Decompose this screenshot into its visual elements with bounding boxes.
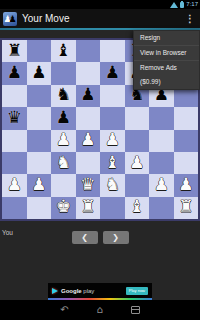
square-a6[interactable] xyxy=(2,85,27,107)
system-nav-bar: ↶ ⌂ xyxy=(0,300,200,320)
square-b8[interactable] xyxy=(27,40,52,62)
square-c7[interactable] xyxy=(51,62,76,84)
status-bar: 7:17 xyxy=(0,0,200,9)
square-d8[interactable] xyxy=(76,40,101,62)
square-h2[interactable]: ♟ xyxy=(174,174,199,196)
square-g3[interactable] xyxy=(149,152,174,174)
black-bishop-c8: ♝ xyxy=(56,42,71,59)
square-c1[interactable]: ♚ xyxy=(51,197,76,219)
black-pawn-c5: ♟ xyxy=(56,109,71,126)
square-h5[interactable] xyxy=(174,107,199,129)
white-bishop-f1: ♝ xyxy=(129,198,144,215)
white-rook-h1: ♜ xyxy=(178,198,193,215)
clock-text: 7:17 xyxy=(186,0,198,9)
black-pawn-d6: ♟ xyxy=(80,86,95,103)
square-g5[interactable] xyxy=(149,107,174,129)
page-title: Your Move xyxy=(22,13,183,24)
square-a5[interactable]: ♛ xyxy=(2,107,27,129)
white-rook-d1: ♜ xyxy=(80,198,95,215)
home-icon[interactable]: ⌂ xyxy=(97,300,103,320)
square-g4[interactable] xyxy=(149,130,174,152)
square-c6[interactable]: ♞ xyxy=(51,85,76,107)
square-e2[interactable]: ♞ xyxy=(100,174,125,196)
app-icon-black-piece: ♟ xyxy=(9,12,17,26)
square-e3[interactable]: ♝ xyxy=(100,152,125,174)
white-pawn-d4: ♟ xyxy=(80,131,95,148)
square-b3[interactable] xyxy=(27,152,52,174)
square-d3[interactable] xyxy=(76,152,101,174)
white-king-c1: ♚ xyxy=(56,198,71,215)
square-e6[interactable] xyxy=(100,85,125,107)
square-f1[interactable]: ♝ xyxy=(125,197,150,219)
white-pawn-e4: ♟ xyxy=(105,131,120,148)
white-pawn-h2: ♟ xyxy=(178,176,193,193)
recents-icon[interactable] xyxy=(131,306,140,314)
square-b4[interactable] xyxy=(27,130,52,152)
square-c5[interactable]: ♟ xyxy=(51,107,76,129)
square-d2[interactable]: ♛ xyxy=(76,174,101,196)
square-d6[interactable]: ♟ xyxy=(76,85,101,107)
square-d5[interactable] xyxy=(76,107,101,129)
ad-banner[interactable]: Google play Play now xyxy=(48,283,152,298)
square-h1[interactable]: ♜ xyxy=(174,197,199,219)
square-c8[interactable]: ♝ xyxy=(51,40,76,62)
ad-brand-google: Google xyxy=(61,288,82,294)
white-knight-e2: ♞ xyxy=(105,176,120,193)
square-a7[interactable]: ♟ xyxy=(2,62,27,84)
white-pawn-f3: ♟ xyxy=(129,154,144,171)
square-d7[interactable] xyxy=(76,62,101,84)
square-h3[interactable] xyxy=(174,152,199,174)
ad-cta-button[interactable]: Play now xyxy=(126,287,148,295)
action-bar: ♟♟ Your Move ⋮ xyxy=(0,9,200,28)
white-queen-d2: ♛ xyxy=(80,176,95,193)
white-pawn-b2: ♟ xyxy=(31,176,46,193)
white-pawn-a2: ♟ xyxy=(7,176,22,193)
square-a1[interactable] xyxy=(2,197,27,219)
square-g1[interactable] xyxy=(149,197,174,219)
menu-item-remove-ads[interactable]: Remove Ads ($0.99) xyxy=(134,61,199,89)
square-e7[interactable]: ♟ xyxy=(100,62,125,84)
app-icon: ♟♟ xyxy=(3,12,17,26)
square-d4[interactable]: ♟ xyxy=(76,130,101,152)
square-e8[interactable] xyxy=(100,40,125,62)
square-f4[interactable] xyxy=(125,130,150,152)
square-h4[interactable] xyxy=(174,130,199,152)
next-move-button[interactable]: ❯ xyxy=(103,231,129,244)
square-e5[interactable] xyxy=(100,107,125,129)
menu-item-view-in-browser[interactable]: View in Browser xyxy=(134,46,199,61)
black-rook-a8: ♜ xyxy=(7,42,22,59)
square-c4[interactable]: ♟ xyxy=(51,130,76,152)
square-b5[interactable] xyxy=(27,107,52,129)
white-pawn-c4: ♟ xyxy=(56,131,71,148)
square-b2[interactable]: ♟ xyxy=(27,174,52,196)
square-b1[interactable] xyxy=(27,197,52,219)
move-nav-controls: ❮ ❯ xyxy=(0,231,200,244)
square-b6[interactable] xyxy=(27,85,52,107)
black-knight-c6: ♞ xyxy=(56,86,71,103)
square-b7[interactable]: ♟ xyxy=(27,62,52,84)
square-c3[interactable]: ♞ xyxy=(51,152,76,174)
square-d1[interactable]: ♜ xyxy=(76,197,101,219)
black-pawn-b7: ♟ xyxy=(31,64,46,81)
battery-icon xyxy=(180,2,184,8)
square-e1[interactable] xyxy=(100,197,125,219)
square-a4[interactable] xyxy=(2,130,27,152)
player-row: You xyxy=(0,221,200,230)
ad-brand-text: Google play xyxy=(61,288,126,294)
wifi-icon xyxy=(170,2,178,8)
square-a8[interactable]: ♜ xyxy=(2,40,27,62)
square-g2[interactable]: ♟ xyxy=(149,174,174,196)
menu-item-resign[interactable]: Resign xyxy=(134,31,199,46)
square-c2[interactable] xyxy=(51,174,76,196)
app-screen: 7:17 ♟♟ Your Move ⋮ Clarkson, Paul ♜♝♜♚♟… xyxy=(0,0,200,320)
square-f3[interactable]: ♟ xyxy=(125,152,150,174)
square-f2[interactable] xyxy=(125,174,150,196)
popup-menu: Resign View in Browser Remove Ads ($0.99… xyxy=(133,30,200,90)
google-play-icon xyxy=(52,288,58,294)
back-icon[interactable]: ↶ xyxy=(60,300,68,320)
square-f5[interactable] xyxy=(125,107,150,129)
white-pawn-g2: ♟ xyxy=(154,176,169,193)
black-pawn-e7: ♟ xyxy=(105,64,120,81)
square-a3[interactable] xyxy=(2,152,27,174)
black-queen-a5: ♛ xyxy=(7,109,22,126)
overflow-menu-icon[interactable]: ⋮ xyxy=(183,13,197,24)
square-e4[interactable]: ♟ xyxy=(100,130,125,152)
white-knight-c3: ♞ xyxy=(56,154,71,171)
previous-move-button[interactable]: ❮ xyxy=(72,231,98,244)
black-pawn-a7: ♟ xyxy=(7,64,22,81)
ad-brand-play: play xyxy=(83,288,94,294)
square-a2[interactable]: ♟ xyxy=(2,174,27,196)
white-bishop-e3: ♝ xyxy=(105,154,120,171)
